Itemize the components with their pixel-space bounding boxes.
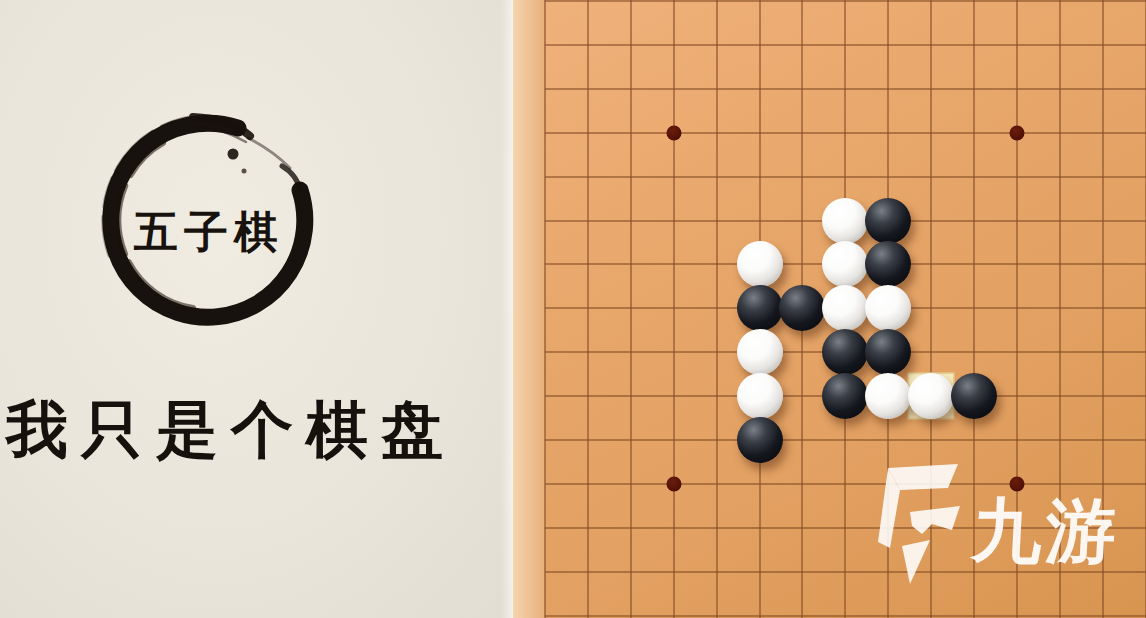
- star-point: [666, 125, 681, 140]
- stone-white: [737, 373, 783, 419]
- stone-black: [822, 373, 868, 419]
- grid-line-vertical: [1059, 0, 1061, 618]
- grid-line-vertical: [1102, 0, 1104, 618]
- stone-white: [737, 241, 783, 287]
- stone-white: [822, 198, 868, 244]
- grid-line-vertical: [1016, 0, 1018, 618]
- stone-black: [865, 198, 911, 244]
- tagline-text: 我只是个棋盘: [6, 394, 510, 465]
- stone-white: [908, 373, 954, 419]
- stone-black: [737, 417, 783, 463]
- grid-line-horizontal: [545, 483, 1146, 485]
- stone-black: [865, 241, 911, 287]
- board-left-wood-margin: [513, 0, 545, 618]
- stone-black: [865, 329, 911, 375]
- stone-white: [822, 285, 868, 331]
- grid-line-horizontal: [545, 439, 1146, 441]
- star-point: [1009, 476, 1024, 491]
- left-logo-panel: 五子棋 我只是个棋盘: [0, 0, 513, 618]
- stone-white: [865, 285, 911, 331]
- grid-line-vertical: [973, 0, 975, 618]
- app-title-wuziqi: 五子棋: [98, 208, 320, 256]
- stone-black: [779, 285, 825, 331]
- gomoku-app-screen: 五子棋 我只是个棋盘 九游: [0, 0, 1146, 618]
- grid-line-horizontal: [545, 615, 1146, 617]
- stone-black: [822, 329, 868, 375]
- star-point: [666, 476, 681, 491]
- star-point: [1009, 125, 1024, 140]
- stone-white: [822, 241, 868, 287]
- grid-line-vertical: [930, 0, 932, 618]
- grid-line-horizontal: [545, 571, 1146, 573]
- stone-black: [737, 285, 783, 331]
- stone-white: [737, 329, 783, 375]
- stone-white: [865, 373, 911, 419]
- gomoku-board[interactable]: [513, 0, 1146, 618]
- grid-line-horizontal: [545, 527, 1146, 529]
- stone-black: [951, 373, 997, 419]
